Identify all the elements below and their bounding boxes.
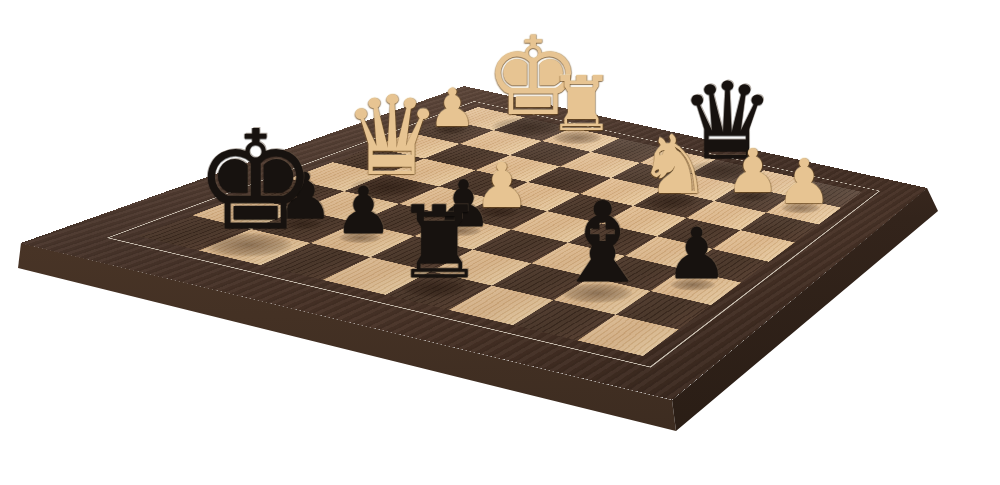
piece-white-pawn-b2[interactable]: ♟ (726, 141, 780, 201)
piece-black-bishop-b7[interactable]: ♝ (553, 187, 653, 298)
piece-black-pawn-f7[interactable]: ♟ (334, 178, 392, 243)
piece-white-rook-f1[interactable]: ♜ (547, 67, 615, 142)
piece-black-rook-d8[interactable]: ♜ (395, 193, 484, 293)
piece-black-king-g8[interactable]: ♚ (195, 113, 317, 250)
piece-white-pawn-a2[interactable]: ♟ (777, 152, 832, 214)
chess-board-product-photo: ♚♜♛♞♟♟♟♟♚♛♜♝♟♟♟♟ (0, 0, 1000, 485)
piece-black-pawn-a6[interactable]: ♟ (665, 219, 728, 289)
